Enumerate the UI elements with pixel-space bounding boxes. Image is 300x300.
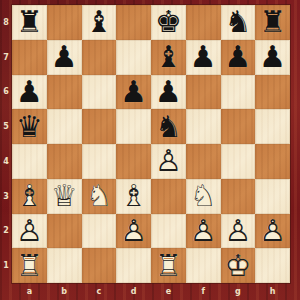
white-rook-e1[interactable]: ♜♖ (151, 248, 186, 283)
white-pawn-a2[interactable]: ♟♙ (12, 214, 47, 249)
piece-glyph: ♛ (12, 109, 47, 144)
square-d8[interactable] (116, 5, 151, 40)
square-b6[interactable] (47, 75, 82, 110)
file-labels: abcdefgh (12, 283, 290, 300)
square-g8[interactable]: ♞ (221, 5, 256, 40)
black-knight-g8[interactable]: ♞ (221, 5, 256, 40)
square-b1[interactable] (47, 248, 82, 283)
square-d4[interactable] (116, 144, 151, 179)
black-pawn-g7[interactable]: ♟ (221, 40, 256, 75)
rank-label-4: 4 (0, 144, 12, 179)
black-knight-e5[interactable]: ♞ (151, 109, 186, 144)
rank-label-5: 5 (0, 109, 12, 144)
square-c2[interactable] (82, 214, 117, 249)
black-pawn-a6[interactable]: ♟ (12, 75, 47, 110)
white-pawn-f2[interactable]: ♟♙ (186, 214, 221, 249)
square-c7[interactable] (82, 40, 117, 75)
piece-outline-layer: ♖ (12, 248, 47, 283)
file-label-h: h (255, 283, 290, 300)
file-label-c: c (82, 283, 117, 300)
white-pawn-g2[interactable]: ♟♙ (221, 214, 256, 249)
square-a8[interactable]: ♜ (12, 5, 47, 40)
square-c3[interactable]: ♞♘ (82, 179, 117, 214)
piece-glyph: ♞ (221, 5, 256, 40)
square-f2[interactable]: ♟♙ (186, 214, 221, 249)
white-pawn-h2[interactable]: ♟♙ (255, 214, 290, 249)
chess-diagram: 87654321 ♜♝♚♞♜♟♝♟♟♟♟♟♟♛♞♟♙♝♗♛♕♞♘♝♗♞♘♟♙♟♙… (0, 0, 300, 300)
square-f7[interactable]: ♟ (186, 40, 221, 75)
square-e6[interactable]: ♟ (151, 75, 186, 110)
square-f6[interactable] (186, 75, 221, 110)
black-pawn-f7[interactable]: ♟ (186, 40, 221, 75)
piece-outline-layer: ♙ (221, 214, 256, 249)
piece-glyph: ♜ (12, 5, 47, 40)
square-h2[interactable]: ♟♙ (255, 214, 290, 249)
piece-outline-layer: ♙ (151, 144, 186, 179)
black-pawn-h7[interactable]: ♟ (255, 40, 290, 75)
piece-glyph: ♟ (221, 40, 256, 75)
square-d2[interactable]: ♟♙ (116, 214, 151, 249)
piece-glyph: ♚ (151, 5, 186, 40)
square-h6[interactable] (255, 75, 290, 110)
square-b3[interactable]: ♛♕ (47, 179, 82, 214)
square-a3[interactable]: ♝♗ (12, 179, 47, 214)
square-h5[interactable] (255, 109, 290, 144)
piece-glyph: ♝ (82, 5, 117, 40)
square-e8[interactable]: ♚ (151, 5, 186, 40)
piece-outline-layer: ♙ (12, 214, 47, 249)
black-bishop-c8[interactable]: ♝ (82, 5, 117, 40)
square-f8[interactable] (186, 5, 221, 40)
square-h8[interactable]: ♜ (255, 5, 290, 40)
rank-label-8: 8 (0, 5, 12, 40)
square-f4[interactable] (186, 144, 221, 179)
piece-glyph: ♟ (47, 40, 82, 75)
square-c4[interactable] (82, 144, 117, 179)
square-b4[interactable] (47, 144, 82, 179)
piece-glyph: ♟ (255, 40, 290, 75)
square-e5[interactable]: ♞ (151, 109, 186, 144)
piece-outline-layer: ♘ (82, 179, 117, 214)
square-h7[interactable]: ♟ (255, 40, 290, 75)
white-knight-f3[interactable]: ♞♘ (186, 179, 221, 214)
piece-outline-layer: ♕ (47, 179, 82, 214)
square-c5[interactable] (82, 109, 117, 144)
square-g7[interactable]: ♟ (221, 40, 256, 75)
square-f3[interactable]: ♞♘ (186, 179, 221, 214)
black-pawn-d6[interactable]: ♟ (116, 75, 151, 110)
white-knight-c3[interactable]: ♞♘ (82, 179, 117, 214)
file-label-g: g (221, 283, 256, 300)
white-king-g1[interactable]: ♚♔ (221, 248, 256, 283)
square-f1[interactable] (186, 248, 221, 283)
square-b7[interactable]: ♟ (47, 40, 82, 75)
file-label-e: e (151, 283, 186, 300)
square-g4[interactable] (221, 144, 256, 179)
square-g6[interactable] (221, 75, 256, 110)
rank-label-6: 6 (0, 75, 12, 110)
square-a2[interactable]: ♟♙ (12, 214, 47, 249)
piece-outline-layer: ♙ (116, 214, 151, 249)
square-f5[interactable] (186, 109, 221, 144)
piece-outline-layer: ♘ (186, 179, 221, 214)
file-label-b: b (47, 283, 82, 300)
square-h1[interactable] (255, 248, 290, 283)
square-g2[interactable]: ♟♙ (221, 214, 256, 249)
piece-glyph: ♜ (255, 5, 290, 40)
square-b2[interactable] (47, 214, 82, 249)
black-king-e8[interactable]: ♚ (151, 5, 186, 40)
square-e1[interactable]: ♜♖ (151, 248, 186, 283)
white-pawn-e4[interactable]: ♟♙ (151, 144, 186, 179)
piece-glyph: ♟ (151, 75, 186, 110)
piece-outline-layer: ♙ (186, 214, 221, 249)
black-rook-a8[interactable]: ♜ (12, 5, 47, 40)
piece-glyph: ♟ (186, 40, 221, 75)
square-h3[interactable] (255, 179, 290, 214)
piece-outline-layer: ♗ (12, 179, 47, 214)
piece-outline-layer: ♙ (255, 214, 290, 249)
black-queen-a5[interactable]: ♛ (12, 109, 47, 144)
square-d1[interactable] (116, 248, 151, 283)
white-rook-a1[interactable]: ♜♖ (12, 248, 47, 283)
square-g5[interactable] (221, 109, 256, 144)
square-a5[interactable]: ♛ (12, 109, 47, 144)
square-c6[interactable] (82, 75, 117, 110)
square-d6[interactable]: ♟ (116, 75, 151, 110)
rank-labels: 87654321 (0, 5, 12, 283)
square-a7[interactable] (12, 40, 47, 75)
square-e7[interactable]: ♝ (151, 40, 186, 75)
square-e2[interactable] (151, 214, 186, 249)
white-bishop-d3[interactable]: ♝♗ (116, 179, 151, 214)
piece-glyph: ♟ (12, 75, 47, 110)
square-d3[interactable]: ♝♗ (116, 179, 151, 214)
piece-glyph: ♝ (151, 40, 186, 75)
white-bishop-a3[interactable]: ♝♗ (12, 179, 47, 214)
square-a4[interactable] (12, 144, 47, 179)
black-bishop-e7[interactable]: ♝ (151, 40, 186, 75)
black-pawn-e6[interactable]: ♟ (151, 75, 186, 110)
piece-glyph: ♟ (116, 75, 151, 110)
square-a1[interactable]: ♜♖ (12, 248, 47, 283)
black-rook-h8[interactable]: ♜ (255, 5, 290, 40)
piece-glyph: ♞ (151, 109, 186, 144)
chess-board: ♜♝♚♞♜♟♝♟♟♟♟♟♟♛♞♟♙♝♗♛♕♞♘♝♗♞♘♟♙♟♙♟♙♟♙♟♙♜♖♜… (12, 5, 290, 283)
rank-label-1: 1 (0, 248, 12, 283)
file-label-d: d (116, 283, 151, 300)
square-b8[interactable] (47, 5, 82, 40)
square-e4[interactable]: ♟♙ (151, 144, 186, 179)
piece-outline-layer: ♔ (221, 248, 256, 283)
square-h4[interactable] (255, 144, 290, 179)
square-a6[interactable]: ♟ (12, 75, 47, 110)
square-d5[interactable] (116, 109, 151, 144)
white-pawn-d2[interactable]: ♟♙ (116, 214, 151, 249)
rank-label-3: 3 (0, 179, 12, 214)
white-queen-b3[interactable]: ♛♕ (47, 179, 82, 214)
square-g3[interactable] (221, 179, 256, 214)
file-label-a: a (12, 283, 47, 300)
square-d7[interactable] (116, 40, 151, 75)
piece-outline-layer: ♖ (151, 248, 186, 283)
rank-label-2: 2 (0, 214, 12, 249)
square-b5[interactable] (47, 109, 82, 144)
piece-outline-layer: ♗ (116, 179, 151, 214)
rank-label-7: 7 (0, 40, 12, 75)
square-c8[interactable]: ♝ (82, 5, 117, 40)
file-label-f: f (186, 283, 221, 300)
square-e3[interactable] (151, 179, 186, 214)
square-c1[interactable] (82, 248, 117, 283)
square-g1[interactable]: ♚♔ (221, 248, 256, 283)
black-pawn-b7[interactable]: ♟ (47, 40, 82, 75)
